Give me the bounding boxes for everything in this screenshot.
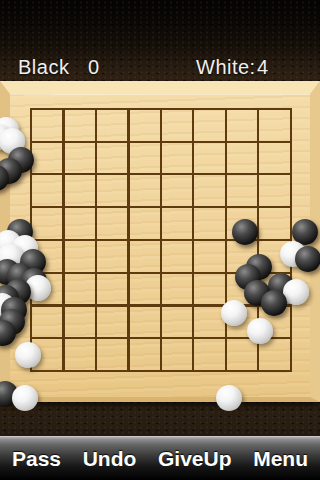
undo-button[interactable]: Undo	[83, 447, 137, 471]
pass-button[interactable]: Pass	[12, 447, 61, 471]
app-screen: Black 0 White: 4 Pass Undo GiveUp Menu	[0, 0, 320, 480]
black-capture-count: 0	[88, 56, 100, 79]
black-score-label: Black	[18, 56, 69, 79]
white-score-label: White:	[196, 56, 256, 79]
giveup-button[interactable]: GiveUp	[158, 447, 232, 471]
bottom-toolbar: Pass Undo GiveUp Menu	[0, 436, 320, 480]
white-capture-count: 4	[257, 56, 269, 79]
menu-button[interactable]: Menu	[253, 447, 308, 471]
go-board-grid[interactable]	[30, 108, 292, 372]
